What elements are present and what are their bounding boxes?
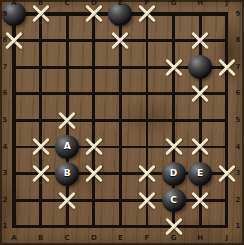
grid-line-v	[225, 213, 228, 228]
point-B6[interactable]	[27, 80, 54, 107]
point-H2[interactable]	[187, 187, 214, 214]
point-B2[interactable]	[27, 187, 54, 214]
point-G1[interactable]	[160, 213, 187, 240]
black-stone-E9[interactable]	[108, 2, 132, 26]
point-F7[interactable]	[134, 54, 161, 81]
point-G6[interactable]	[160, 80, 187, 107]
black-stone-G2[interactable]: C	[162, 188, 186, 212]
stone-label-C: C	[170, 196, 177, 205]
point-H6[interactable]	[187, 80, 214, 107]
point-C9[interactable]	[54, 1, 81, 28]
grid-line-v	[119, 160, 122, 187]
point-A1[interactable]	[1, 213, 28, 240]
point-F8[interactable]	[134, 27, 161, 54]
grid-line-v	[146, 213, 149, 228]
grid-line-v	[66, 54, 69, 81]
point-J5[interactable]	[213, 107, 240, 134]
point-C3[interactable]: B	[54, 160, 81, 187]
point-F9[interactable]	[134, 1, 161, 28]
grid-line-v	[172, 80, 175, 107]
point-H8[interactable]	[187, 27, 214, 54]
grid-line-v	[172, 13, 175, 28]
point-J4[interactable]	[213, 134, 240, 161]
point-H5[interactable]	[187, 107, 214, 134]
point-H3[interactable]: E	[187, 160, 214, 187]
point-F3[interactable]	[134, 160, 161, 187]
point-A3[interactable]	[1, 160, 28, 187]
stone-label-A: A	[64, 142, 71, 151]
x-marker-G1	[163, 216, 185, 238]
point-D1[interactable]	[80, 213, 107, 240]
point-A6[interactable]	[1, 80, 28, 107]
x-marker-D9	[83, 3, 105, 25]
grid-line-v	[66, 213, 69, 228]
point-J3[interactable]	[213, 160, 240, 187]
x-marker-H8	[189, 30, 211, 52]
point-G9[interactable]	[160, 1, 187, 28]
grid-line-v	[119, 54, 122, 81]
grid-line-v	[225, 13, 228, 28]
grid-line-v	[12, 54, 15, 81]
point-F6[interactable]	[134, 80, 161, 107]
black-stone-C4[interactable]: A	[55, 135, 79, 159]
point-F1[interactable]	[134, 213, 161, 240]
point-D5[interactable]	[80, 107, 107, 134]
x-marker-G7	[163, 56, 185, 78]
grid-line-v	[39, 213, 42, 228]
x-marker-H6	[189, 83, 211, 105]
grid-line-v	[39, 187, 42, 214]
grid-line-v	[199, 107, 202, 134]
stone-label-B: B	[64, 169, 71, 178]
point-G5[interactable]	[160, 107, 187, 134]
point-J6[interactable]	[213, 80, 240, 107]
point-D9[interactable]	[80, 1, 107, 28]
x-marker-D3	[83, 163, 105, 185]
point-B5[interactable]	[27, 107, 54, 134]
point-B8[interactable]	[27, 27, 54, 54]
x-marker-H2	[189, 189, 211, 211]
point-E4[interactable]	[107, 134, 134, 161]
point-A5[interactable]	[1, 107, 28, 134]
point-G7[interactable]	[160, 54, 187, 81]
point-F2[interactable]	[134, 187, 161, 214]
x-marker-A8	[3, 30, 25, 52]
point-D2[interactable]	[80, 187, 107, 214]
point-B9[interactable]	[27, 1, 54, 28]
grid-line-v	[12, 160, 15, 187]
go-board: ABDEC AABBCCDDEEFFGGHHJJ9988776655443322…	[0, 0, 244, 245]
grid-line-v	[119, 80, 122, 107]
grid-line-v	[39, 80, 42, 107]
black-stone-A9[interactable]	[2, 2, 26, 26]
x-marker-B3	[30, 163, 52, 185]
grid-line-v	[92, 27, 95, 54]
x-marker-B4	[30, 136, 52, 158]
grid-line-v	[119, 187, 122, 214]
point-H9[interactable]	[187, 1, 214, 28]
point-J8[interactable]	[213, 27, 240, 54]
point-E5[interactable]	[107, 107, 134, 134]
point-C6[interactable]	[54, 80, 81, 107]
point-B1[interactable]	[27, 213, 54, 240]
grid-line-v	[92, 107, 95, 134]
x-marker-J3	[216, 163, 238, 185]
point-D4[interactable]	[80, 134, 107, 161]
point-F5[interactable]	[134, 107, 161, 134]
grid-line-v	[12, 107, 15, 134]
point-F4[interactable]	[134, 134, 161, 161]
grid-line-v	[39, 54, 42, 81]
grid-line-v	[119, 213, 122, 228]
grid-line-v	[199, 213, 202, 228]
point-H4[interactable]	[187, 134, 214, 161]
point-D7[interactable]	[80, 54, 107, 81]
grid-line-v	[12, 133, 15, 160]
grid-line-v	[92, 54, 95, 81]
grid-line-v	[119, 107, 122, 134]
grid-line-v	[146, 54, 149, 81]
point-C2[interactable]	[54, 187, 81, 214]
point-J7[interactable]	[213, 54, 240, 81]
x-marker-F2	[136, 189, 158, 211]
point-G4[interactable]	[160, 134, 187, 161]
black-stone-H3[interactable]: E	[188, 162, 212, 186]
point-G2[interactable]: C	[160, 187, 187, 214]
stone-label-E: E	[197, 169, 203, 178]
point-A9[interactable]	[1, 1, 28, 28]
black-stone-H7[interactable]	[188, 55, 212, 79]
point-B3[interactable]	[27, 160, 54, 187]
point-E2[interactable]	[107, 187, 134, 214]
grid-line-v	[92, 80, 95, 107]
x-marker-J7	[216, 56, 238, 78]
grid-line-v	[225, 133, 228, 160]
point-C5[interactable]	[54, 107, 81, 134]
grid-line-v	[66, 27, 69, 54]
grid-line-v	[66, 13, 69, 28]
x-marker-D4	[83, 136, 105, 158]
grid-line-v	[225, 27, 228, 54]
grid-line-v	[225, 187, 228, 214]
x-marker-G4	[163, 136, 185, 158]
point-E8[interactable]	[107, 27, 134, 54]
point-E6[interactable]	[107, 80, 134, 107]
stone-label-D: D	[170, 169, 177, 178]
grid-line-v	[172, 107, 175, 134]
x-marker-E8	[109, 30, 131, 52]
point-D6[interactable]	[80, 80, 107, 107]
black-stone-C3[interactable]: B	[55, 162, 79, 186]
x-marker-C5	[56, 109, 78, 131]
point-E7[interactable]	[107, 54, 134, 81]
point-B7[interactable]	[27, 54, 54, 81]
point-B4[interactable]	[27, 134, 54, 161]
point-A8[interactable]	[1, 27, 28, 54]
point-A4[interactable]	[1, 134, 28, 161]
grid-line-v	[172, 27, 175, 54]
grid-line-v	[92, 187, 95, 214]
grid-line-v	[12, 187, 15, 214]
x-marker-H4	[189, 136, 211, 158]
point-E3[interactable]	[107, 160, 134, 187]
grid-line-v	[119, 133, 122, 160]
point-A7[interactable]	[1, 54, 28, 81]
point-C4[interactable]: A	[54, 134, 81, 161]
point-J9[interactable]	[213, 1, 240, 28]
x-marker-C2	[56, 189, 78, 211]
point-G8[interactable]	[160, 27, 187, 54]
point-G3[interactable]: D	[160, 160, 187, 187]
point-C7[interactable]	[54, 54, 81, 81]
grid-line-v	[199, 13, 202, 28]
point-H7[interactable]	[187, 54, 214, 81]
grid-line-v	[39, 27, 42, 54]
point-H1[interactable]	[187, 213, 214, 240]
point-E1[interactable]	[107, 213, 134, 240]
grid-line-v	[66, 80, 69, 107]
grid-line-v	[146, 133, 149, 160]
grid-line-v	[92, 213, 95, 228]
grid-line-v	[146, 80, 149, 107]
point-E9[interactable]	[107, 1, 134, 28]
board-grid: ABDEC	[1, 1, 240, 240]
x-marker-B9	[30, 3, 52, 25]
point-J1[interactable]	[213, 213, 240, 240]
grid-line-v	[12, 80, 15, 107]
grid-line-v	[146, 107, 149, 134]
black-stone-G3[interactable]: D	[162, 162, 186, 186]
grid-line-v	[146, 27, 149, 54]
point-A2[interactable]	[1, 187, 28, 214]
grid-line-v	[39, 107, 42, 134]
x-marker-F9	[136, 3, 158, 25]
grid-line-v	[225, 80, 228, 107]
point-D8[interactable]	[80, 27, 107, 54]
point-C1[interactable]	[54, 213, 81, 240]
point-D3[interactable]	[80, 160, 107, 187]
point-J2[interactable]	[213, 187, 240, 214]
point-C8[interactable]	[54, 27, 81, 54]
x-marker-F3	[136, 163, 158, 185]
grid-line-v	[225, 107, 228, 134]
grid-line-v	[12, 213, 15, 228]
